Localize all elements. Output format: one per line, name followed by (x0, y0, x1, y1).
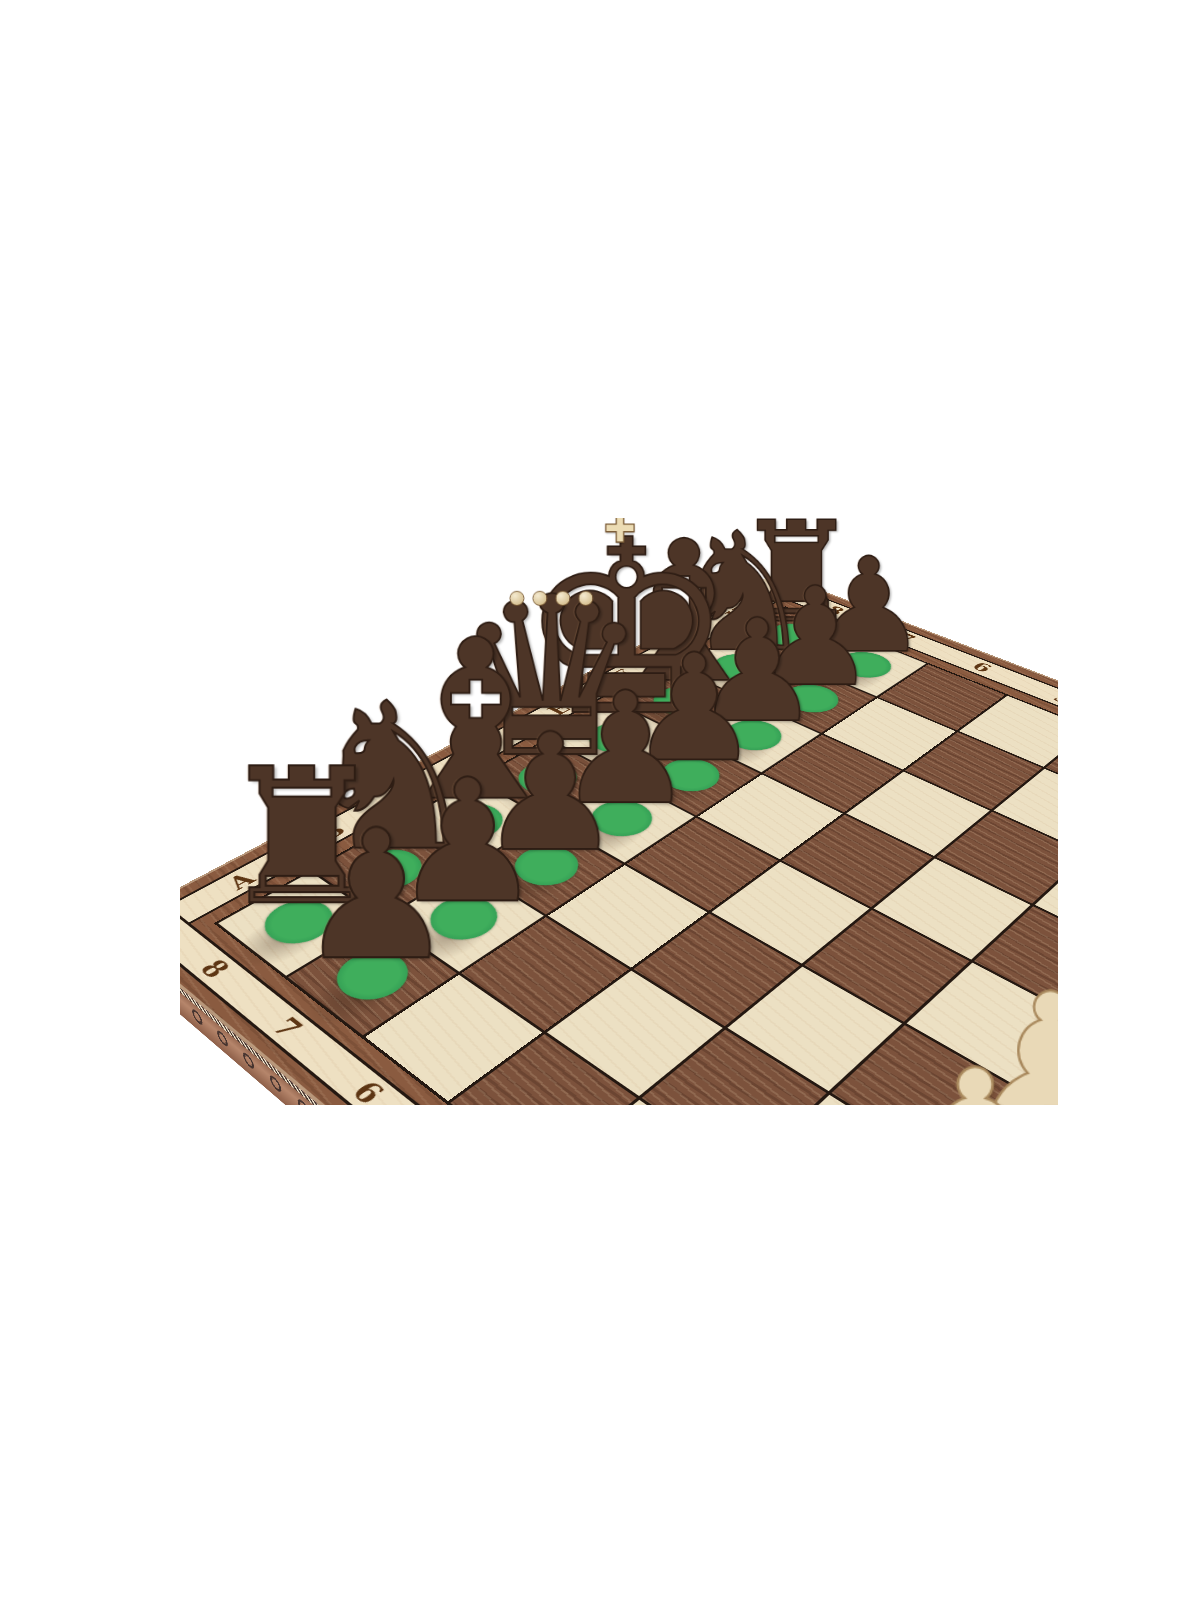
light-wood-cross-finial: ✚ (604, 506, 637, 552)
board-field: ♜♞♝♛♚✚♝♞♜♟♟♟♟♟♟♟♟♟♟♟♟♟♟♟♟♜♞♝♛♚♝♞♜ (214, 606, 1058, 1105)
white-knight-b1: ♞ (948, 1076, 1058, 1105)
photo-scene: ABCDEFGH ABCDEFGH 87654321 87654321 ♜♞♝♛… (180, 485, 1058, 1105)
square-e5 (782, 815, 932, 907)
black-pawn-a7: ♟ (249, 814, 504, 978)
product-photo: ABCDEFGH ABCDEFGH 87654321 87654321 ♜♞♝♛… (0, 0, 1200, 1600)
piece-glyph: ♞ (948, 1076, 1058, 1105)
piece-glyph: ♟ (249, 814, 504, 978)
chess-board: ABCDEFGH ABCDEFGH 87654321 87654321 ♜♞♝♛… (180, 573, 1058, 1105)
